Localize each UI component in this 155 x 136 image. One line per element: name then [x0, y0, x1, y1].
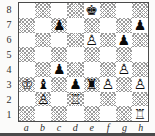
square-b1 — [35, 106, 51, 121]
piece-white-king: ♔ — [21, 77, 34, 91]
rank-label-8: 8 — [0, 2, 18, 17]
square-d8 — [67, 3, 83, 18]
square-f8 — [100, 3, 116, 18]
square-g7 — [116, 18, 132, 33]
square-d1 — [67, 106, 83, 121]
piece-white-pawn: ♙ — [37, 92, 50, 106]
file-labels: abcdefgh — [18, 121, 149, 133]
square-a7 — [19, 18, 35, 33]
square-e3: ♜ — [84, 77, 100, 92]
square-g5 — [116, 47, 132, 62]
rank-labels: 87654321 — [0, 2, 18, 122]
square-c8 — [51, 3, 67, 18]
file-label-g: g — [116, 121, 132, 133]
square-f3: ♙ — [100, 77, 116, 92]
piece-white-rook: ♖ — [69, 92, 82, 106]
square-h7: ♟ — [132, 18, 148, 33]
square-b3: ♝ — [35, 77, 51, 92]
file-label-c: c — [51, 121, 67, 133]
square-g1 — [116, 106, 132, 121]
rank-label-3: 3 — [0, 77, 18, 92]
square-e6: ♙ — [84, 33, 100, 48]
rank-label-2: 2 — [0, 92, 18, 107]
square-d2: ♖ — [67, 92, 83, 107]
square-c3 — [51, 77, 67, 92]
square-b2: ♙ — [35, 92, 51, 107]
piece-black-pawn: ♟ — [118, 33, 131, 47]
rank-label-4: 4 — [0, 62, 18, 77]
square-a4 — [19, 62, 35, 77]
square-d6 — [67, 33, 83, 48]
square-f2 — [100, 92, 116, 107]
square-e2 — [84, 92, 100, 107]
piece-black-bishop: ♝ — [37, 77, 50, 91]
square-b4 — [35, 62, 51, 77]
square-e8: ♚ — [84, 3, 100, 18]
file-label-a: a — [18, 121, 34, 133]
square-h6 — [132, 33, 148, 48]
square-c7: ♟ — [51, 18, 67, 33]
square-d3: ♟ — [67, 77, 83, 92]
square-g4: ♙ — [116, 62, 132, 77]
file-label-b: b — [34, 121, 50, 133]
square-e4 — [84, 62, 100, 77]
square-e5 — [84, 47, 100, 62]
piece-black-pawn: ♟ — [69, 77, 82, 91]
square-a8 — [19, 3, 35, 18]
square-h4 — [132, 62, 148, 77]
square-h1: ♖ — [132, 106, 148, 121]
file-label-h: h — [133, 121, 149, 133]
piece-black-pawn: ♟ — [53, 62, 66, 76]
rank-label-7: 7 — [0, 17, 18, 32]
square-f6 — [100, 33, 116, 48]
piece-white-pawn: ♙ — [118, 62, 131, 76]
piece-white-pawn: ♙ — [101, 77, 114, 91]
square-e7 — [84, 18, 100, 33]
piece-black-pawn: ♟ — [53, 18, 66, 32]
square-b8 — [35, 3, 51, 18]
chess-diagram: 87654321 ♚♟♟♙♟♟♙♔♝♟♜♙♙♙♖♖ abcdefgh — [0, 0, 155, 136]
square-f4 — [100, 62, 116, 77]
rank-label-6: 6 — [0, 32, 18, 47]
piece-black-rook: ♜ — [85, 77, 98, 91]
square-g3 — [116, 77, 132, 92]
square-b5 — [35, 47, 51, 62]
square-a1 — [19, 106, 35, 121]
rank-label-1: 1 — [0, 107, 18, 122]
square-h3: ♙ — [132, 77, 148, 92]
square-d5 — [67, 47, 83, 62]
square-d4 — [67, 62, 83, 77]
piece-white-rook: ♖ — [134, 107, 147, 121]
file-label-e: e — [84, 121, 100, 133]
square-g2 — [116, 92, 132, 107]
square-h8 — [132, 3, 148, 18]
square-f7 — [100, 18, 116, 33]
square-h5 — [132, 47, 148, 62]
square-a6 — [19, 33, 35, 48]
square-c2 — [51, 92, 67, 107]
board: ♚♟♟♙♟♟♙♔♝♟♜♙♙♙♖♖ — [18, 2, 149, 122]
square-h2 — [132, 92, 148, 107]
square-c1 — [51, 106, 67, 121]
piece-white-pawn: ♙ — [134, 77, 147, 91]
square-g8 — [116, 3, 132, 18]
file-label-f: f — [100, 121, 116, 133]
square-a3: ♔ — [19, 77, 35, 92]
square-c5 — [51, 47, 67, 62]
square-c6 — [51, 33, 67, 48]
square-f1 — [100, 106, 116, 121]
piece-white-pawn: ♙ — [85, 33, 98, 47]
rank-label-5: 5 — [0, 47, 18, 62]
square-a5 — [19, 47, 35, 62]
piece-black-king: ♚ — [85, 3, 98, 17]
square-a2 — [19, 92, 35, 107]
square-c4: ♟ — [51, 62, 67, 77]
piece-black-pawn: ♟ — [134, 18, 147, 32]
square-b6 — [35, 33, 51, 48]
square-g6: ♟ — [116, 33, 132, 48]
square-b7 — [35, 18, 51, 33]
file-label-d: d — [67, 121, 83, 133]
square-f5 — [100, 47, 116, 62]
square-e1 — [84, 106, 100, 121]
square-d7 — [67, 18, 83, 33]
page-rule — [0, 133, 155, 136]
